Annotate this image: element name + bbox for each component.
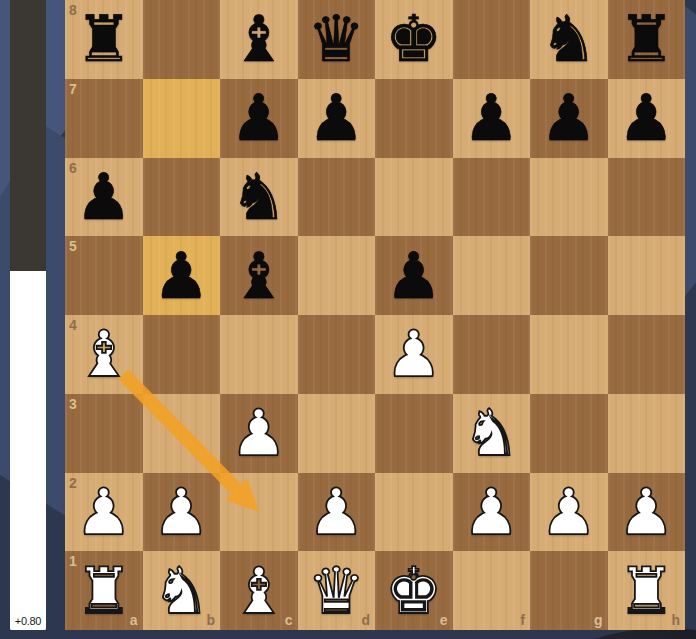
file-label-d: d [361, 612, 370, 628]
square-c3[interactable]: ♟ [220, 394, 298, 473]
square-a4[interactable]: 4♝ [65, 315, 143, 394]
white-pawn[interactable]: ♟ [530, 473, 608, 552]
white-pawn[interactable]: ♟ [220, 394, 298, 473]
square-d4[interactable] [298, 315, 376, 394]
rank-label-6: 6 [69, 160, 77, 176]
square-e5[interactable]: ♟ [375, 236, 453, 315]
black-pawn[interactable]: ♟ [453, 79, 531, 158]
black-pawn[interactable]: ♟ [375, 236, 453, 315]
square-g8[interactable]: ♞ [530, 0, 608, 79]
rank-label-4: 4 [69, 317, 77, 333]
file-label-c: c [285, 612, 293, 628]
square-d2[interactable]: ♟ [298, 473, 376, 552]
white-pawn[interactable]: ♟ [143, 473, 221, 552]
file-label-a: a [130, 612, 138, 628]
square-d8[interactable]: ♛ [298, 0, 376, 79]
square-c2[interactable] [220, 473, 298, 552]
square-d3[interactable] [298, 394, 376, 473]
square-f7[interactable]: ♟ [453, 79, 531, 158]
white-pawn[interactable]: ♟ [375, 315, 453, 394]
square-c5[interactable]: ♝ [220, 236, 298, 315]
chess-board[interactable]: 8♜♝♛♚♞♜7♟♟♟♟♟6♟♞5♟♝♟4♝♟3♟♞2♟♟♟♟♟♟1a♜b♞c♝… [65, 0, 685, 630]
chess-analysis-screen: +0.80 8♜♝♛♚♞♜7♟♟♟♟♟6♟♞5♟♝♟4♝♟3♟♞2♟♟♟♟♟♟1… [0, 0, 696, 639]
square-g1[interactable]: g [530, 551, 608, 630]
black-queen[interactable]: ♛ [298, 0, 376, 79]
black-pawn[interactable]: ♟ [298, 79, 376, 158]
square-g3[interactable] [530, 394, 608, 473]
square-e1[interactable]: e♚ [375, 551, 453, 630]
black-knight[interactable]: ♞ [220, 158, 298, 237]
square-f3[interactable]: ♞ [453, 394, 531, 473]
square-h5[interactable] [608, 236, 686, 315]
square-f4[interactable] [453, 315, 531, 394]
square-e7[interactable] [375, 79, 453, 158]
square-e4[interactable]: ♟ [375, 315, 453, 394]
black-bishop[interactable]: ♝ [220, 0, 298, 79]
square-b2[interactable]: ♟ [143, 473, 221, 552]
rank-label-5: 5 [69, 238, 77, 254]
square-b5[interactable]: ♟ [143, 236, 221, 315]
black-rook[interactable]: ♜ [608, 0, 686, 79]
square-f1[interactable]: f [453, 551, 531, 630]
square-b4[interactable] [143, 315, 221, 394]
square-f6[interactable] [453, 158, 531, 237]
square-h7[interactable]: ♟ [608, 79, 686, 158]
square-d7[interactable]: ♟ [298, 79, 376, 158]
square-c6[interactable]: ♞ [220, 158, 298, 237]
square-e8[interactable]: ♚ [375, 0, 453, 79]
square-g4[interactable] [530, 315, 608, 394]
square-b3[interactable] [143, 394, 221, 473]
square-a5[interactable]: 5 [65, 236, 143, 315]
square-g2[interactable]: ♟ [530, 473, 608, 552]
square-h6[interactable] [608, 158, 686, 237]
square-a6[interactable]: 6♟ [65, 158, 143, 237]
rank-label-8: 8 [69, 2, 77, 18]
white-pawn[interactable]: ♟ [453, 473, 531, 552]
square-d1[interactable]: d♛ [298, 551, 376, 630]
white-pawn[interactable]: ♟ [608, 473, 686, 552]
white-knight[interactable]: ♞ [453, 394, 531, 473]
square-b6[interactable] [143, 158, 221, 237]
square-h8[interactable]: ♜ [608, 0, 686, 79]
square-e2[interactable] [375, 473, 453, 552]
square-f2[interactable]: ♟ [453, 473, 531, 552]
black-pawn[interactable]: ♟ [220, 79, 298, 158]
square-a2[interactable]: 2♟ [65, 473, 143, 552]
file-label-g: g [594, 612, 603, 628]
rank-label-3: 3 [69, 396, 77, 412]
square-e6[interactable] [375, 158, 453, 237]
square-h1[interactable]: h♜ [608, 551, 686, 630]
square-f8[interactable] [453, 0, 531, 79]
square-a8[interactable]: 8♜ [65, 0, 143, 79]
eval-bar-white-section: +0.80 [10, 271, 46, 630]
white-pawn[interactable]: ♟ [298, 473, 376, 552]
square-h4[interactable] [608, 315, 686, 394]
square-h2[interactable]: ♟ [608, 473, 686, 552]
square-c1[interactable]: c♝ [220, 551, 298, 630]
square-g7[interactable]: ♟ [530, 79, 608, 158]
file-label-f: f [520, 612, 525, 628]
black-pawn[interactable]: ♟ [608, 79, 686, 158]
square-c8[interactable]: ♝ [220, 0, 298, 79]
square-b1[interactable]: b♞ [143, 551, 221, 630]
black-king[interactable]: ♚ [375, 0, 453, 79]
black-knight[interactable]: ♞ [530, 0, 608, 79]
square-a1[interactable]: 1a♜ [65, 551, 143, 630]
black-pawn[interactable]: ♟ [143, 236, 221, 315]
rank-label-2: 2 [69, 475, 77, 491]
file-label-b: b [206, 612, 215, 628]
black-pawn[interactable]: ♟ [530, 79, 608, 158]
square-b7[interactable] [143, 79, 221, 158]
square-c7[interactable]: ♟ [220, 79, 298, 158]
square-g5[interactable] [530, 236, 608, 315]
square-g6[interactable] [530, 158, 608, 237]
square-a3[interactable]: 3 [65, 394, 143, 473]
black-bishop[interactable]: ♝ [220, 236, 298, 315]
square-d5[interactable] [298, 236, 376, 315]
file-label-e: e [440, 612, 448, 628]
square-h3[interactable] [608, 394, 686, 473]
square-e3[interactable] [375, 394, 453, 473]
rank-label-1: 1 [69, 553, 77, 569]
square-d6[interactable] [298, 158, 376, 237]
square-f5[interactable] [453, 236, 531, 315]
eval-bar-black-section [10, 0, 46, 271]
square-a7[interactable]: 7 [65, 79, 143, 158]
evaluation-bar: +0.80 [10, 0, 46, 630]
square-c4[interactable] [220, 315, 298, 394]
file-label-h: h [671, 612, 680, 628]
rank-label-7: 7 [69, 81, 77, 97]
square-b8[interactable] [143, 0, 221, 79]
eval-score: +0.80 [10, 615, 46, 627]
